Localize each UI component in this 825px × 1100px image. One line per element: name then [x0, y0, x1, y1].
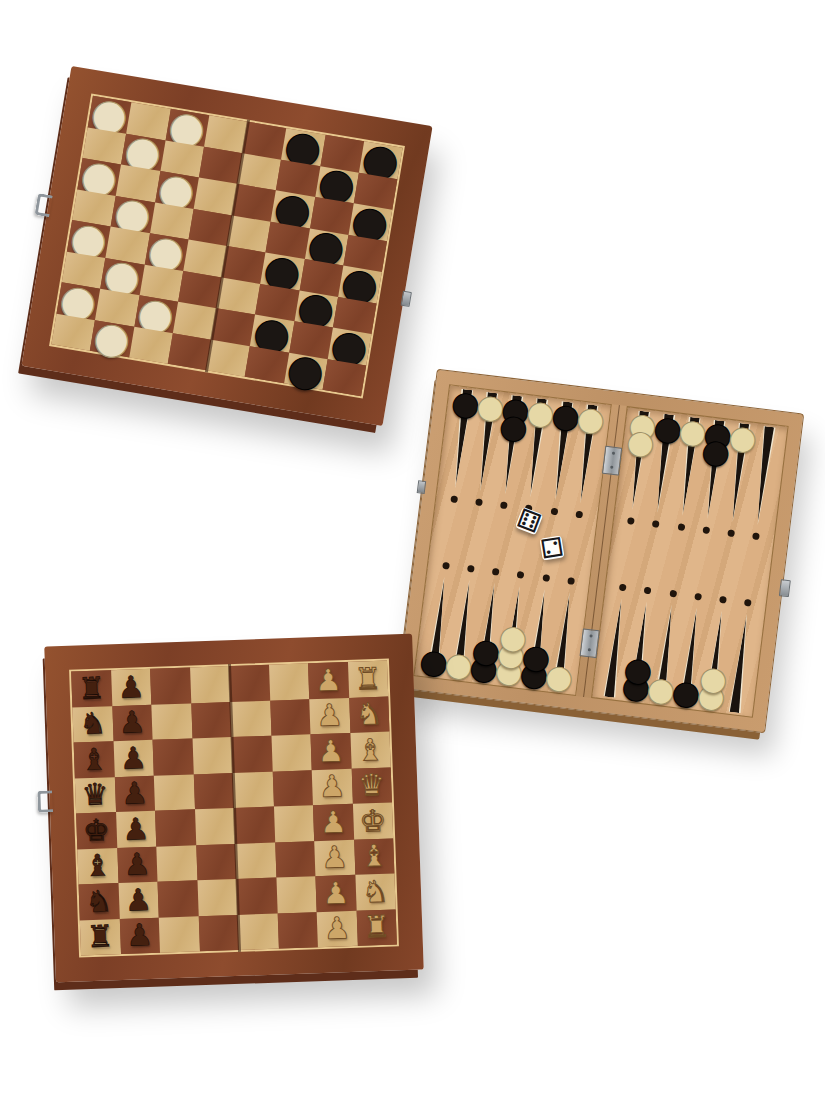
- chess-square-r5c0: ♝: [77, 848, 118, 885]
- black-pawn: ♟: [118, 687, 145, 688]
- chess-square-r5c3: [196, 843, 237, 880]
- chess-square-r7c5: [277, 912, 318, 949]
- white-backgammon-man: ●: [546, 663, 573, 690]
- chess-square-r7c2: [159, 916, 200, 953]
- bg-point-dot: [752, 533, 760, 541]
- white-backgammon-man: ●: [627, 429, 654, 456]
- white-bishop: ♝: [357, 749, 384, 750]
- bg-point-dot: [492, 568, 500, 576]
- bg-point-dot: [567, 577, 575, 585]
- white-checker: ●: [125, 149, 161, 155]
- white-pawn: ♟: [320, 822, 347, 823]
- bg-point-dot: [669, 589, 677, 597]
- black-checker: ●: [319, 182, 355, 188]
- hinge-icon: [602, 446, 622, 476]
- white-checker: ●: [159, 187, 195, 193]
- bg-point-dot: [744, 598, 752, 606]
- white-rook: ♜: [354, 679, 381, 680]
- bg-point-dot: [475, 499, 483, 507]
- chess-square-r3c3: [193, 773, 234, 810]
- chess-square-r5c7: ♝: [354, 838, 395, 875]
- chess-square-r6c2: [158, 880, 199, 917]
- product-photo-scene: ●●●●●●●●●●●●●●●●●●●●●●●● ●●●●●●● ●●●●●●●…: [0, 0, 825, 1100]
- white-pawn: ♟: [324, 928, 351, 929]
- checkers-square-r7c6: ●: [284, 352, 328, 390]
- black-bishop: ♝: [81, 759, 108, 760]
- white-king: ♚: [359, 820, 386, 821]
- chess-square-r1c3: [191, 702, 232, 739]
- white-backgammon-man: ●: [730, 424, 757, 451]
- white-pawn: ♟: [319, 786, 346, 787]
- chess-square-r4c1: ♟: [116, 811, 157, 848]
- black-pawn: ♟: [125, 900, 152, 901]
- bg-point-dot: [500, 502, 508, 510]
- black-backgammon-man: ●: [500, 413, 527, 440]
- chess-square-r2c3: [192, 737, 233, 774]
- chess-square-r4c2: [155, 809, 196, 846]
- chess-square-r0c6: ♟: [308, 662, 349, 699]
- black-knight: ♞: [79, 724, 106, 725]
- black-checker: ●: [254, 330, 290, 336]
- clasp-icon: [37, 791, 53, 814]
- chess-square-r0c4: [229, 665, 270, 702]
- chess-square-r2c6: ♟: [310, 733, 351, 770]
- chess-trim: ♜♟♟♜♞♟♟♞♝♟♟♝♛♟♟♛♚♟♟♚♝♟♟♝♞♟♟♞♜♟♟♜: [69, 659, 399, 958]
- chess-square-r2c1: ♟: [113, 740, 154, 777]
- bg-point-dot: [542, 574, 550, 582]
- chess-square-r0c7: ♜: [347, 661, 388, 698]
- black-pawn: ♟: [126, 935, 153, 936]
- white-checker: ●: [81, 174, 117, 180]
- backgammon-case: ●●●●●●● ●●●●●●●●●● ●●●●●●● ●●●●●● ⚅ ⚁: [398, 369, 804, 734]
- chess-square-r5c4: [235, 842, 276, 879]
- chess-square-r1c1: ♟: [112, 704, 153, 741]
- checkers-square-r7c4: [206, 339, 250, 377]
- black-pawn: ♟: [124, 864, 151, 865]
- bg-point-dot: [652, 521, 660, 529]
- black-bishop: ♝: [84, 866, 111, 867]
- chess-square-r3c2: [154, 774, 195, 811]
- black-knight: ♞: [85, 901, 112, 902]
- bg-point-dot: [517, 571, 525, 579]
- chess-square-r0c0: ♜: [71, 670, 112, 707]
- checkers-square-r7c5: [245, 346, 289, 384]
- chess-square-r2c5: [271, 734, 312, 771]
- bg-point-dot: [550, 508, 558, 516]
- bg-point-dot: [727, 530, 735, 538]
- white-queen: ♛: [358, 785, 385, 786]
- white-checker: ●: [92, 112, 128, 118]
- white-backgammon-man: ●: [578, 405, 605, 432]
- bg-quad-top_right: ●●●●●●●: [616, 410, 783, 562]
- bg-point-dot: [702, 527, 710, 535]
- checkers-square-r7c2: [129, 326, 173, 364]
- black-checker: ●: [264, 268, 300, 274]
- chess-square-r5c5: [275, 841, 316, 878]
- chess-square-r2c7: ♝: [350, 732, 391, 769]
- chess-square-r6c0: ♞: [79, 883, 120, 920]
- chess-square-r5c2: [156, 845, 197, 882]
- chess-square-r4c7: ♚: [352, 802, 393, 839]
- chess-square-r4c6: ♟: [313, 804, 354, 841]
- chess-square-r6c3: [197, 879, 238, 916]
- white-checker: ●: [104, 273, 140, 279]
- black-rook: ♜: [78, 688, 105, 689]
- chess-square-r5c1: ♟: [117, 846, 158, 883]
- chess-board: ♜♟♟♜♞♟♟♞♝♟♟♝♛♟♟♛♚♟♟♚♝♟♟♝♞♟♟♞♜♟♟♜: [44, 634, 424, 983]
- chess-square-r3c4: [233, 771, 274, 808]
- chess-square-r3c0: ♛: [75, 777, 116, 814]
- chess-square-r4c4: [234, 807, 275, 844]
- white-rook: ♜: [363, 927, 390, 928]
- white-checker: ●: [115, 211, 151, 217]
- die-2: ⚁: [539, 535, 564, 560]
- white-checker: ●: [169, 125, 205, 131]
- white-checker: ●: [94, 336, 130, 342]
- chess-square-r3c5: [272, 770, 313, 807]
- latch-icon: [417, 480, 427, 494]
- chess-square-r1c2: [151, 703, 192, 740]
- white-pawn: ♟: [321, 857, 348, 858]
- checkers-square-r7c0: [51, 313, 95, 351]
- chess-square-r1c4: [230, 700, 271, 737]
- chess-square-r7c0: ♜: [80, 919, 121, 956]
- chess-square-r2c2: [153, 738, 194, 775]
- chess-square-r5c6: ♟: [314, 839, 355, 876]
- bg-point-dot: [467, 564, 475, 572]
- bg-point-dot: [677, 524, 685, 532]
- black-checker: ●: [308, 244, 344, 250]
- chess-square-r0c2: [150, 667, 191, 704]
- chess-square-r1c0: ♞: [72, 706, 113, 743]
- white-backgammon-man: ●: [700, 665, 727, 692]
- black-pawn: ♟: [120, 758, 147, 759]
- black-checker: ●: [298, 306, 334, 312]
- black-checker: ●: [363, 157, 399, 163]
- chess-square-r1c7: ♞: [349, 696, 390, 733]
- black-checker: ●: [275, 206, 311, 212]
- chess-square-r6c4: [236, 878, 277, 915]
- chess-square-r4c3: [195, 808, 236, 845]
- white-pawn: ♟: [317, 751, 344, 752]
- white-pawn: ♟: [315, 680, 342, 681]
- chess-square-r1c6: ♟: [309, 697, 350, 734]
- black-pawn: ♟: [119, 722, 146, 723]
- black-pawn: ♟: [122, 829, 149, 830]
- checkers-board: ●●●●●●●●●●●●●●●●●●●●●●●●: [21, 66, 432, 426]
- black-queen: ♛: [82, 795, 109, 796]
- white-checker: ●: [138, 311, 174, 317]
- bg-point-dot: [644, 586, 652, 594]
- chess-square-r3c7: ♛: [351, 767, 392, 804]
- black-checker: ●: [288, 368, 324, 374]
- chess-square-r6c5: [276, 876, 317, 913]
- chess-square-r3c6: ♟: [312, 768, 353, 805]
- checkers-trim: ●●●●●●●●●●●●●●●●●●●●●●●●: [49, 94, 405, 399]
- black-king: ♚: [83, 830, 110, 831]
- bg-point-dot: [450, 496, 458, 504]
- bg-point-dot: [719, 595, 727, 603]
- white-checker: ●: [60, 298, 96, 304]
- chess-square-r1c5: [270, 699, 311, 736]
- chess-square-r7c4: [238, 913, 279, 950]
- chess-square-r6c6: ♟: [315, 875, 356, 912]
- white-knight: ♞: [362, 891, 389, 892]
- white-pawn: ♟: [322, 893, 349, 894]
- chess-square-r3c1: ♟: [114, 775, 155, 812]
- checkers-square-r7c7: [322, 359, 366, 397]
- bg-quad-bottom_right: ●●●●●●: [597, 562, 764, 714]
- chess-square-r7c1: ♟: [119, 917, 160, 954]
- white-bishop: ♝: [361, 856, 388, 857]
- white-checker: ●: [148, 249, 184, 255]
- chess-square-r7c6: ♟: [317, 910, 358, 947]
- backgammon-board: ●●●●●●● ●●●●●●●●●● ●●●●●●● ●●●●●● ⚅ ⚁: [398, 369, 804, 734]
- white-checker: ●: [71, 236, 107, 242]
- bg-quad-bottom_left: ●●●●●●●●●●: [420, 541, 587, 693]
- chess-square-r0c1: ♟: [111, 669, 152, 706]
- chess-square-r7c3: [198, 914, 239, 951]
- chess-square-r4c5: [273, 805, 314, 842]
- clasp-icon: [35, 193, 53, 217]
- chess-square-r2c4: [232, 736, 273, 773]
- chess-square-r2c0: ♝: [74, 741, 115, 778]
- black-checker: ●: [342, 281, 378, 287]
- chess-square-r0c5: [269, 663, 310, 700]
- white-knight: ♞: [356, 714, 383, 715]
- black-checker: ●: [285, 144, 321, 150]
- chess-square-r4c0: ♚: [76, 812, 117, 849]
- black-pawn: ♟: [121, 793, 148, 794]
- checkers-frame: ●●●●●●●●●●●●●●●●●●●●●●●●: [21, 66, 432, 426]
- black-checker: ●: [331, 343, 367, 349]
- black-checker: ●: [352, 219, 388, 225]
- chess-square-r7c7: ♜: [356, 909, 397, 946]
- chess-square-r0c3: [190, 666, 231, 703]
- black-rook: ♜: [87, 937, 114, 938]
- latch-icon: [401, 291, 412, 307]
- bg-point-dot: [442, 561, 450, 569]
- bg-point-dot: [627, 517, 635, 525]
- chess-square-r6c1: ♟: [118, 882, 159, 919]
- chess-frame: ♜♟♟♜♞♟♟♞♝♟♟♝♛♟♟♛♚♟♟♚♝♟♟♝♞♟♟♞♜♟♟♜: [44, 634, 424, 983]
- white-pawn: ♟: [316, 715, 343, 716]
- bg-point-dot: [575, 511, 583, 519]
- black-backgammon-man: ●: [703, 438, 730, 465]
- hinge-icon: [580, 628, 600, 658]
- chess-square-r6c7: ♞: [355, 873, 396, 910]
- clasp-icon: [779, 580, 791, 598]
- checkers-square-r7c1: ●: [90, 320, 134, 358]
- bg-point-dot: [619, 583, 627, 591]
- bg-point-dot: [694, 592, 702, 600]
